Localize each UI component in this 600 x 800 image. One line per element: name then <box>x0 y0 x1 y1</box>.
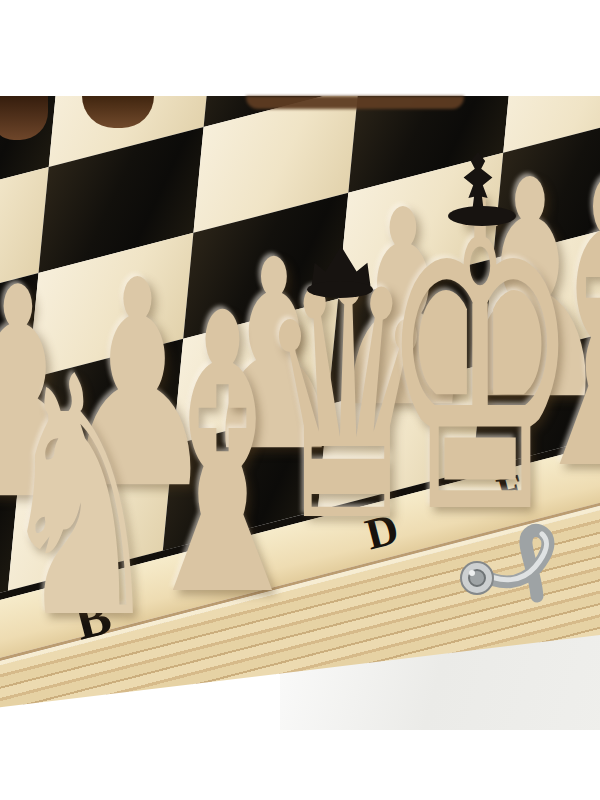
piece-white-knight-b1: ♞ <box>0 334 172 664</box>
background-top <box>0 0 600 96</box>
king-finial-base-disc <box>448 206 516 226</box>
chess-set-photo: B C D E ♟ ♟ ♟ ♟ ♟ ♝ ♛ ♚ ♝ ♞ <box>0 0 600 800</box>
screw-highlight <box>469 570 475 576</box>
queen-coronet-base-disc <box>307 281 373 298</box>
metal-clasp-latch <box>430 512 580 622</box>
